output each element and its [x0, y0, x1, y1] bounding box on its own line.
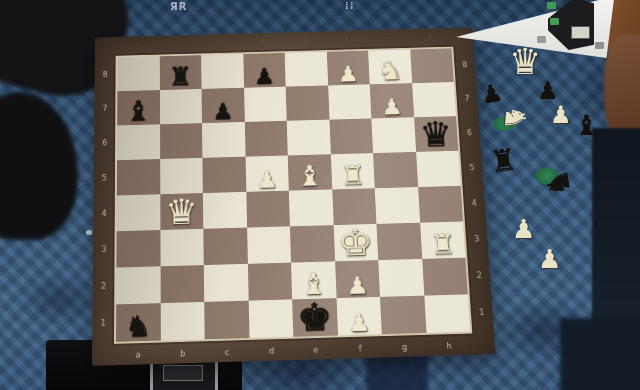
- square-h7: [412, 82, 456, 117]
- square-e8: [285, 52, 328, 87]
- square-d7: [244, 87, 287, 122]
- square-c5: [202, 157, 245, 193]
- frame-dot: ·: [409, 33, 451, 41]
- file-label: b: [160, 349, 205, 359]
- frame-dot: ·: [201, 39, 243, 47]
- square-d6: [244, 121, 287, 157]
- square-f3: ♚: [333, 224, 378, 261]
- square-h6: ♛: [414, 116, 459, 152]
- square-f8: ♟: [326, 51, 369, 86]
- piece-black-rook: ♜: [168, 64, 193, 90]
- captured-black-pawn: ♟: [537, 79, 559, 103]
- file-label: a: [116, 350, 161, 360]
- carpet-pattern-mark: ⁞⁞: [345, 0, 355, 11]
- rank-label: 6: [97, 126, 113, 161]
- file-label: c: [205, 348, 250, 358]
- rank-label: 1: [473, 294, 491, 332]
- carpet-pattern-mark: ЯR: [170, 1, 187, 12]
- file-label: e: [294, 345, 339, 355]
- square-e3: [290, 225, 335, 262]
- square-g8: ♞: [368, 50, 412, 85]
- frame-dot: ·: [118, 41, 160, 49]
- square-h5: [416, 151, 461, 187]
- piece-black-pawn: ♟: [212, 100, 234, 123]
- rank-label: 6: [461, 116, 479, 151]
- square-b4: ♛: [160, 193, 203, 230]
- square-d4: [246, 191, 290, 228]
- file-label: d: [249, 346, 294, 356]
- square-h1: [424, 294, 470, 333]
- square-b6: [160, 123, 203, 159]
- piece-white-pawn: ♟: [256, 168, 278, 191]
- square-c2: [204, 264, 248, 302]
- piece-white-pawn: ♟: [337, 63, 359, 85]
- rank-label: 7: [97, 91, 112, 126]
- piece-white-rook: ♜: [340, 162, 366, 189]
- piece-black-queen: ♛: [419, 117, 454, 152]
- frame-dot: ·: [326, 35, 368, 43]
- file-label: f: [338, 344, 383, 354]
- clock-green-button: [547, 2, 556, 9]
- frame-dot: ·: [367, 34, 409, 42]
- square-d1: [248, 299, 293, 338]
- chess-clock: [456, 0, 616, 58]
- captured-black-rook: ♜: [488, 144, 519, 177]
- square-a2: [116, 266, 160, 304]
- square-c3: [203, 228, 247, 265]
- piece-white-knight: ♞: [377, 57, 404, 84]
- captured-white-pawn: ♟: [550, 103, 572, 127]
- clock-green-button: [550, 18, 559, 25]
- frame-dot: ·: [159, 40, 201, 48]
- carpet-speck: [86, 230, 92, 235]
- square-f2: ♟: [335, 260, 380, 298]
- square-b5: [160, 158, 203, 194]
- chess-board: ········ ♜♟♟♞♝♟♟♛♟♝♜♛♚♜♝♟♞♚♟ abcdefgh 87…: [92, 27, 496, 365]
- captured-white-pawn: ♟: [512, 216, 535, 242]
- file-label: g: [382, 343, 427, 353]
- square-e4: [289, 189, 333, 226]
- square-g2: [378, 259, 424, 297]
- piece-white-king: ♚: [337, 223, 374, 261]
- square-f1: ♟: [336, 297, 382, 336]
- clock-display: [571, 26, 590, 39]
- chair-seat: [0, 92, 78, 240]
- rank-label: 3: [96, 231, 112, 268]
- square-a4: [117, 194, 160, 231]
- square-d3: [247, 226, 291, 263]
- rank-label: 2: [470, 257, 488, 294]
- square-g5: [373, 152, 418, 188]
- piece-black-king: ♚: [296, 297, 333, 336]
- rank-label: 4: [465, 185, 483, 221]
- frame-dot: ·: [243, 38, 285, 46]
- clock-gray-button: [595, 42, 604, 49]
- square-f6: [329, 118, 373, 154]
- square-h4: [418, 186, 463, 223]
- rank-label: 5: [96, 160, 112, 196]
- square-a3: [116, 230, 160, 268]
- square-g4: [375, 187, 420, 224]
- square-b2: [160, 265, 204, 303]
- square-b8: ♜: [159, 55, 201, 90]
- captured-black-bishop: ♝: [574, 112, 599, 140]
- square-d5: ♟: [245, 155, 289, 191]
- square-d8: ♟: [243, 53, 286, 88]
- square-h8: [410, 48, 454, 83]
- square-a8: [117, 56, 159, 91]
- rank-labels-left: 87654321: [95, 58, 113, 343]
- square-g6: [371, 117, 415, 153]
- fallen-white-knight: ♞: [500, 104, 530, 131]
- square-e7: [286, 85, 329, 120]
- square-c6: [202, 122, 245, 158]
- square-a6: [117, 124, 160, 160]
- piece-black-bishop: ♝: [125, 97, 151, 125]
- frame-dot: ·: [284, 36, 326, 44]
- rank-label: 4: [96, 196, 112, 232]
- square-c8: [201, 54, 243, 89]
- square-a5: [117, 159, 160, 195]
- square-c1: [204, 301, 249, 340]
- square-b1: [160, 302, 204, 341]
- fallen-black-knight: ♞: [541, 167, 575, 199]
- clock-gray-button: [537, 36, 546, 43]
- piece-white-pawn: ♟: [381, 96, 403, 119]
- piece-white-rook: ♜: [429, 231, 456, 259]
- square-b3: [160, 229, 204, 267]
- square-e6: [287, 120, 331, 156]
- square-g3: [376, 223, 421, 260]
- rank-label: 7: [458, 81, 475, 116]
- piece-black-pawn: ♟: [254, 65, 276, 87]
- square-a7: ♝: [117, 90, 159, 125]
- square-g7: ♟: [370, 83, 414, 118]
- rank-label: 8: [97, 58, 112, 92]
- piece-white-pawn: ♟: [346, 274, 369, 298]
- player-clothing-lower: [560, 318, 640, 390]
- board-grid: ♜♟♟♞♝♟♟♛♟♝♜♛♚♜♝♟♞♚♟: [116, 48, 470, 341]
- square-e1: ♚: [292, 298, 337, 337]
- piece-white-queen: ♛: [165, 194, 198, 230]
- square-b7: [159, 89, 202, 124]
- rank-label: 3: [468, 221, 486, 258]
- rank-label: 2: [95, 268, 111, 305]
- square-c4: [203, 192, 247, 229]
- square-h2: [422, 258, 468, 296]
- square-h3: ♜: [420, 221, 466, 258]
- frame-dots-top: ········: [118, 33, 451, 49]
- square-d2: [247, 263, 292, 301]
- square-c7: ♟: [202, 88, 245, 123]
- square-g1: [380, 296, 426, 335]
- square-a1: ♞: [116, 303, 160, 342]
- box-latch-bar: [163, 365, 203, 381]
- piece-white-bishop: ♝: [296, 162, 324, 191]
- square-f7: [328, 84, 372, 119]
- square-e5: ♝: [288, 154, 332, 190]
- piece-white-pawn: ♟: [348, 311, 371, 336]
- square-f5: ♜: [330, 153, 374, 189]
- rank-label: 1: [95, 305, 111, 343]
- rank-label: 5: [463, 150, 481, 186]
- file-label: h: [427, 341, 472, 351]
- piece-black-knight: ♞: [125, 312, 152, 342]
- captured-white-pawn: ♟: [538, 246, 561, 272]
